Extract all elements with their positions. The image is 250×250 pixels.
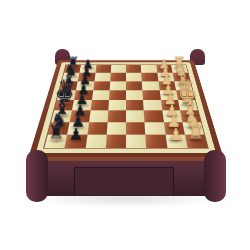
board-square [111, 65, 126, 73]
board-square [126, 134, 146, 148]
board-square [126, 81, 143, 90]
board-square [109, 90, 126, 100]
front-right-leg [204, 150, 226, 202]
board-square [126, 65, 141, 73]
white-rook-glyph: ♜ [181, 124, 211, 143]
board-square [106, 134, 126, 148]
front-left-leg [26, 150, 48, 202]
board-square [126, 111, 145, 122]
board-square [126, 100, 144, 111]
black-pawn-glyph: ♟ [61, 126, 91, 142]
board-scene: ♜♞♝♛♚♝♞♜♟♟♟♟♟♟♟♟♟♟♟♟♟♟♟♟♜♞♝♛♚♝♞♜ [46, 20, 206, 180]
board-square [110, 73, 126, 81]
board-square [109, 81, 126, 90]
chess-set-photo: ♜♞♝♛♚♝♞♜♟♟♟♟♟♟♟♟♟♟♟♟♟♟♟♟♜♞♝♛♚♝♞♜ [0, 0, 250, 250]
board-square [107, 111, 126, 122]
board-square [126, 73, 142, 81]
chess-board: ♜♞♝♛♚♝♞♜♟♟♟♟♟♟♟♟♟♟♟♟♟♟♟♟♜♞♝♛♚♝♞♜ [28, 60, 223, 157]
board-square [108, 100, 126, 111]
board-square [126, 90, 143, 100]
